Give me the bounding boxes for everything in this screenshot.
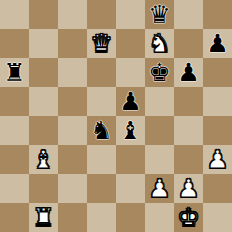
- black-bishop[interactable]: ♝: [119, 116, 141, 145]
- square-e4[interactable]: ♝: [116, 116, 145, 145]
- black-knight[interactable]: ♞: [90, 116, 112, 145]
- white-pawn[interactable]: ♟: [148, 174, 170, 203]
- square-a5[interactable]: [0, 87, 29, 116]
- square-f7[interactable]: ♞: [145, 29, 174, 58]
- square-b6[interactable]: [29, 58, 58, 87]
- square-f4[interactable]: [145, 116, 174, 145]
- square-b2[interactable]: [29, 174, 58, 203]
- square-e3[interactable]: [116, 145, 145, 174]
- square-f2[interactable]: ♟: [145, 174, 174, 203]
- square-b8[interactable]: [29, 0, 58, 29]
- square-h6[interactable]: [203, 58, 232, 87]
- square-g3[interactable]: [174, 145, 203, 174]
- square-b4[interactable]: [29, 116, 58, 145]
- square-d8[interactable]: [87, 0, 116, 29]
- black-pawn[interactable]: ♟: [206, 29, 228, 58]
- white-knight[interactable]: ♞: [148, 29, 170, 58]
- square-d3[interactable]: [87, 145, 116, 174]
- square-f3[interactable]: [145, 145, 174, 174]
- square-e7[interactable]: [116, 29, 145, 58]
- square-c3[interactable]: [58, 145, 87, 174]
- square-a3[interactable]: [0, 145, 29, 174]
- square-a6[interactable]: ♜: [0, 58, 29, 87]
- square-g1[interactable]: ♚: [174, 203, 203, 232]
- square-f1[interactable]: [145, 203, 174, 232]
- square-d5[interactable]: [87, 87, 116, 116]
- white-pawn[interactable]: ♟: [206, 145, 228, 174]
- square-h3[interactable]: ♟: [203, 145, 232, 174]
- square-b3[interactable]: ♝: [29, 145, 58, 174]
- black-rook[interactable]: ♜: [3, 58, 25, 87]
- square-a2[interactable]: [0, 174, 29, 203]
- square-f6[interactable]: ♚: [145, 58, 174, 87]
- white-rook[interactable]: ♜: [32, 203, 54, 232]
- white-bishop[interactable]: ♝: [32, 145, 54, 174]
- square-a1[interactable]: [0, 203, 29, 232]
- square-h8[interactable]: [203, 0, 232, 29]
- square-g8[interactable]: [174, 0, 203, 29]
- white-king[interactable]: ♚: [177, 203, 199, 232]
- square-c5[interactable]: [58, 87, 87, 116]
- square-c4[interactable]: [58, 116, 87, 145]
- square-a4[interactable]: [0, 116, 29, 145]
- square-h5[interactable]: [203, 87, 232, 116]
- black-queen[interactable]: ♛: [148, 0, 170, 29]
- square-e8[interactable]: [116, 0, 145, 29]
- square-g4[interactable]: [174, 116, 203, 145]
- square-e5[interactable]: ♟: [116, 87, 145, 116]
- white-queen[interactable]: ♛: [90, 29, 112, 58]
- square-c6[interactable]: [58, 58, 87, 87]
- square-h7[interactable]: ♟: [203, 29, 232, 58]
- square-f5[interactable]: [145, 87, 174, 116]
- square-d7[interactable]: ♛: [87, 29, 116, 58]
- square-c8[interactable]: [58, 0, 87, 29]
- square-f8[interactable]: ♛: [145, 0, 174, 29]
- square-e2[interactable]: [116, 174, 145, 203]
- black-king[interactable]: ♚: [148, 58, 170, 87]
- square-d6[interactable]: [87, 58, 116, 87]
- square-c7[interactable]: [58, 29, 87, 58]
- square-c1[interactable]: [58, 203, 87, 232]
- square-c2[interactable]: [58, 174, 87, 203]
- chess-board: ♛♛♞♟♜♚♟♟♞♝♝♟♟♟♜♚: [0, 0, 232, 232]
- black-pawn[interactable]: ♟: [177, 58, 199, 87]
- square-g2[interactable]: ♟: [174, 174, 203, 203]
- square-d4[interactable]: ♞: [87, 116, 116, 145]
- square-h4[interactable]: [203, 116, 232, 145]
- square-d1[interactable]: [87, 203, 116, 232]
- square-h1[interactable]: [203, 203, 232, 232]
- square-g5[interactable]: [174, 87, 203, 116]
- square-g6[interactable]: ♟: [174, 58, 203, 87]
- square-b1[interactable]: ♜: [29, 203, 58, 232]
- square-b7[interactable]: [29, 29, 58, 58]
- square-h2[interactable]: [203, 174, 232, 203]
- square-e1[interactable]: [116, 203, 145, 232]
- square-b5[interactable]: [29, 87, 58, 116]
- square-e6[interactable]: [116, 58, 145, 87]
- black-pawn[interactable]: ♟: [119, 87, 141, 116]
- square-a8[interactable]: [0, 0, 29, 29]
- square-a7[interactable]: [0, 29, 29, 58]
- white-pawn[interactable]: ♟: [177, 174, 199, 203]
- square-d2[interactable]: [87, 174, 116, 203]
- square-g7[interactable]: [174, 29, 203, 58]
